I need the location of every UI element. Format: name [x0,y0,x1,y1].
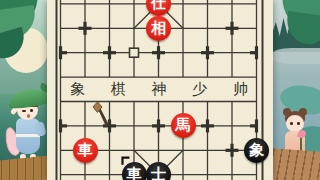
piece-layer: 仕相馬車象車士 [0,0,320,180]
piece-red-advisor[interactable]: 仕 [146,0,171,16]
piece-red-elephant[interactable]: 相 [146,16,171,41]
piece-black-elephant[interactable]: 象 [244,138,269,163]
piece-black-chariot[interactable]: 車 [122,162,147,180]
piece-red-horse[interactable]: 馬 [171,113,196,138]
piece-black-advisor[interactable]: 士 [146,162,171,180]
piece-red-chariot[interactable]: 車 [73,138,98,163]
